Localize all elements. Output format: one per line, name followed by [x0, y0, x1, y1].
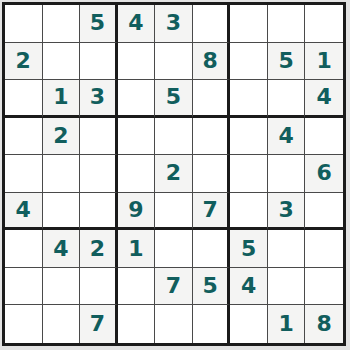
cell-r8c6[interactable]: 5 — [193, 268, 231, 306]
cell-r9c2[interactable] — [43, 305, 81, 343]
cell-r2c6[interactable]: 8 — [193, 43, 231, 81]
cell-r2c8[interactable]: 5 — [268, 43, 306, 81]
cell-r6c4[interactable]: 9 — [118, 193, 156, 231]
cell-r6c3[interactable] — [80, 193, 118, 231]
cell-r7c5[interactable] — [155, 230, 193, 268]
cell-r2c4[interactable] — [118, 43, 156, 81]
cell-r5c5[interactable]: 2 — [155, 155, 193, 193]
cell-r9c4[interactable] — [118, 305, 156, 343]
cell-r2c2[interactable] — [43, 43, 81, 81]
cell-r3c5[interactable]: 5 — [155, 80, 193, 118]
cell-r7c2[interactable]: 4 — [43, 230, 81, 268]
cell-r1c2[interactable] — [43, 5, 81, 43]
cell-r6c9[interactable] — [305, 193, 343, 231]
cell-r7c7[interactable]: 5 — [230, 230, 268, 268]
cell-r7c1[interactable] — [5, 230, 43, 268]
cell-r5c2[interactable] — [43, 155, 81, 193]
cell-r4c1[interactable] — [5, 118, 43, 156]
cell-r2c1[interactable]: 2 — [5, 43, 43, 81]
cell-r5c6[interactable] — [193, 155, 231, 193]
cell-r6c2[interactable] — [43, 193, 81, 231]
cell-r1c9[interactable] — [305, 5, 343, 43]
cell-r8c8[interactable] — [268, 268, 306, 306]
cell-r2c3[interactable] — [80, 43, 118, 81]
cell-r9c6[interactable] — [193, 305, 231, 343]
cell-r4c8[interactable]: 4 — [268, 118, 306, 156]
cell-r3c6[interactable] — [193, 80, 231, 118]
cell-r8c4[interactable] — [118, 268, 156, 306]
cell-r8c2[interactable] — [43, 268, 81, 306]
cell-r4c3[interactable] — [80, 118, 118, 156]
cell-r8c9[interactable] — [305, 268, 343, 306]
cell-r5c3[interactable] — [80, 155, 118, 193]
cell-r9c9[interactable]: 8 — [305, 305, 343, 343]
cell-r7c6[interactable] — [193, 230, 231, 268]
cell-r5c4[interactable] — [118, 155, 156, 193]
cell-r4c4[interactable] — [118, 118, 156, 156]
cell-r6c1[interactable]: 4 — [5, 193, 43, 231]
cell-r7c3[interactable]: 2 — [80, 230, 118, 268]
cell-r1c4[interactable]: 4 — [118, 5, 156, 43]
cell-r1c5[interactable]: 3 — [155, 5, 193, 43]
cell-r2c5[interactable] — [155, 43, 193, 81]
cell-r5c7[interactable] — [230, 155, 268, 193]
cell-r3c1[interactable] — [5, 80, 43, 118]
cell-r6c7[interactable] — [230, 193, 268, 231]
cell-r8c5[interactable]: 7 — [155, 268, 193, 306]
cell-r2c9[interactable]: 1 — [305, 43, 343, 81]
cell-r7c8[interactable] — [268, 230, 306, 268]
cell-r2c7[interactable] — [230, 43, 268, 81]
cell-r9c3[interactable]: 7 — [80, 305, 118, 343]
cell-r1c8[interactable] — [268, 5, 306, 43]
sudoku-board: 54328511354242649734215754718 — [2, 2, 346, 346]
cell-r4c2[interactable]: 2 — [43, 118, 81, 156]
cell-r8c1[interactable] — [5, 268, 43, 306]
cell-r1c7[interactable] — [230, 5, 268, 43]
cell-r4c5[interactable] — [155, 118, 193, 156]
cell-r6c6[interactable]: 7 — [193, 193, 231, 231]
cell-r3c7[interactable] — [230, 80, 268, 118]
cell-r5c9[interactable]: 6 — [305, 155, 343, 193]
cell-r9c8[interactable]: 1 — [268, 305, 306, 343]
cell-r9c7[interactable] — [230, 305, 268, 343]
cell-r9c5[interactable] — [155, 305, 193, 343]
cell-r3c9[interactable]: 4 — [305, 80, 343, 118]
cell-r3c8[interactable] — [268, 80, 306, 118]
cell-r7c4[interactable]: 1 — [118, 230, 156, 268]
cell-r1c1[interactable] — [5, 5, 43, 43]
cell-r8c3[interactable] — [80, 268, 118, 306]
cell-r4c7[interactable] — [230, 118, 268, 156]
cell-r1c3[interactable]: 5 — [80, 5, 118, 43]
cell-r3c4[interactable] — [118, 80, 156, 118]
cell-r7c9[interactable] — [305, 230, 343, 268]
cell-r5c8[interactable] — [268, 155, 306, 193]
cell-r1c6[interactable] — [193, 5, 231, 43]
cell-r4c9[interactable] — [305, 118, 343, 156]
cell-r3c3[interactable]: 3 — [80, 80, 118, 118]
cell-r9c1[interactable] — [5, 305, 43, 343]
cell-r4c6[interactable] — [193, 118, 231, 156]
cell-r3c2[interactable]: 1 — [43, 80, 81, 118]
cell-r6c5[interactable] — [155, 193, 193, 231]
sudoku-grid: 54328511354242649734215754718 — [5, 5, 343, 343]
cell-r5c1[interactable] — [5, 155, 43, 193]
cell-r8c7[interactable]: 4 — [230, 268, 268, 306]
cell-r6c8[interactable]: 3 — [268, 193, 306, 231]
